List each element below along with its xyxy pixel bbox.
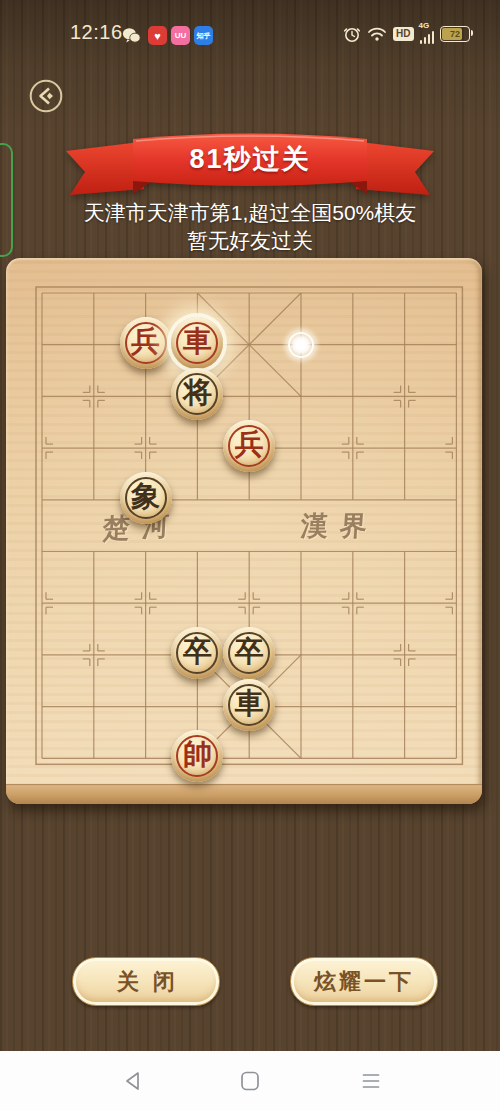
nav-back-icon[interactable] bbox=[121, 1069, 145, 1093]
piece-black-象[interactable]: 象 bbox=[120, 472, 172, 524]
piece-red-帥[interactable]: 帥 bbox=[171, 730, 223, 782]
piece-glyph: 帥 bbox=[171, 730, 223, 782]
piece-glyph: 兵 bbox=[223, 420, 275, 472]
close-button[interactable]: 关闭 bbox=[72, 957, 220, 1006]
piece-glyph: 卒 bbox=[223, 627, 275, 679]
piece-red-兵[interactable]: 兵 bbox=[120, 317, 172, 369]
screen: 12:16 ♥ UU 知乎 HD 4G bbox=[0, 0, 500, 1111]
piece-black-卒[interactable]: 卒 bbox=[171, 627, 223, 679]
red-app-icon: ♥ bbox=[148, 26, 167, 45]
piece-glyph: 車 bbox=[171, 317, 223, 369]
nav-menu-icon[interactable] bbox=[359, 1069, 383, 1093]
status-icons-right: HD 4G 72 bbox=[343, 24, 470, 44]
hd-badge: HD bbox=[393, 27, 413, 41]
blue-app-icon: 知乎 bbox=[194, 26, 213, 45]
show-off-button[interactable]: 炫耀一下 bbox=[290, 957, 438, 1006]
piece-glyph: 兵 bbox=[120, 317, 172, 369]
piece-red-兵[interactable]: 兵 bbox=[223, 420, 275, 472]
back-button[interactable] bbox=[29, 79, 63, 113]
move-sparkle-highlight bbox=[281, 325, 321, 365]
banner-title: 81秒过关 bbox=[133, 137, 367, 181]
piece-glyph: 象 bbox=[120, 472, 172, 524]
pieces-layer: 兵車将兵象卒卒車帥 bbox=[6, 258, 482, 804]
piece-red-車[interactable]: 車 bbox=[171, 317, 223, 369]
nav-home-icon[interactable] bbox=[238, 1069, 262, 1093]
battery-icon: 72 bbox=[440, 26, 470, 42]
pink-app-icon: UU bbox=[171, 26, 190, 45]
alarm-clock-icon bbox=[343, 25, 361, 43]
xiangqi-board[interactable]: 楚河 漢界 兵車将兵象卒卒車帥 bbox=[6, 258, 482, 804]
piece-glyph: 卒 bbox=[171, 627, 223, 679]
status-bar: 12:16 ♥ UU 知乎 HD 4G bbox=[0, 0, 500, 52]
piece-black-卒[interactable]: 卒 bbox=[223, 627, 275, 679]
piece-black-車[interactable]: 車 bbox=[223, 679, 275, 731]
back-arrow-icon bbox=[29, 79, 63, 113]
android-nav-bar bbox=[0, 1051, 500, 1111]
friends-subtitle: 暂无好友过关 bbox=[0, 227, 500, 255]
battery-percent: 72 bbox=[441, 29, 469, 39]
wifi-icon bbox=[367, 26, 387, 42]
rank-subtitle: 天津市天津市第1,超过全国50%棋友 bbox=[0, 199, 500, 227]
signal-bars-icon: 4G bbox=[420, 24, 435, 44]
piece-black-将[interactable]: 将 bbox=[171, 368, 223, 420]
piece-glyph: 車 bbox=[223, 679, 275, 731]
piece-glyph: 将 bbox=[171, 368, 223, 420]
clock-time: 12:16 bbox=[70, 21, 123, 44]
wechat-icon bbox=[122, 26, 141, 45]
